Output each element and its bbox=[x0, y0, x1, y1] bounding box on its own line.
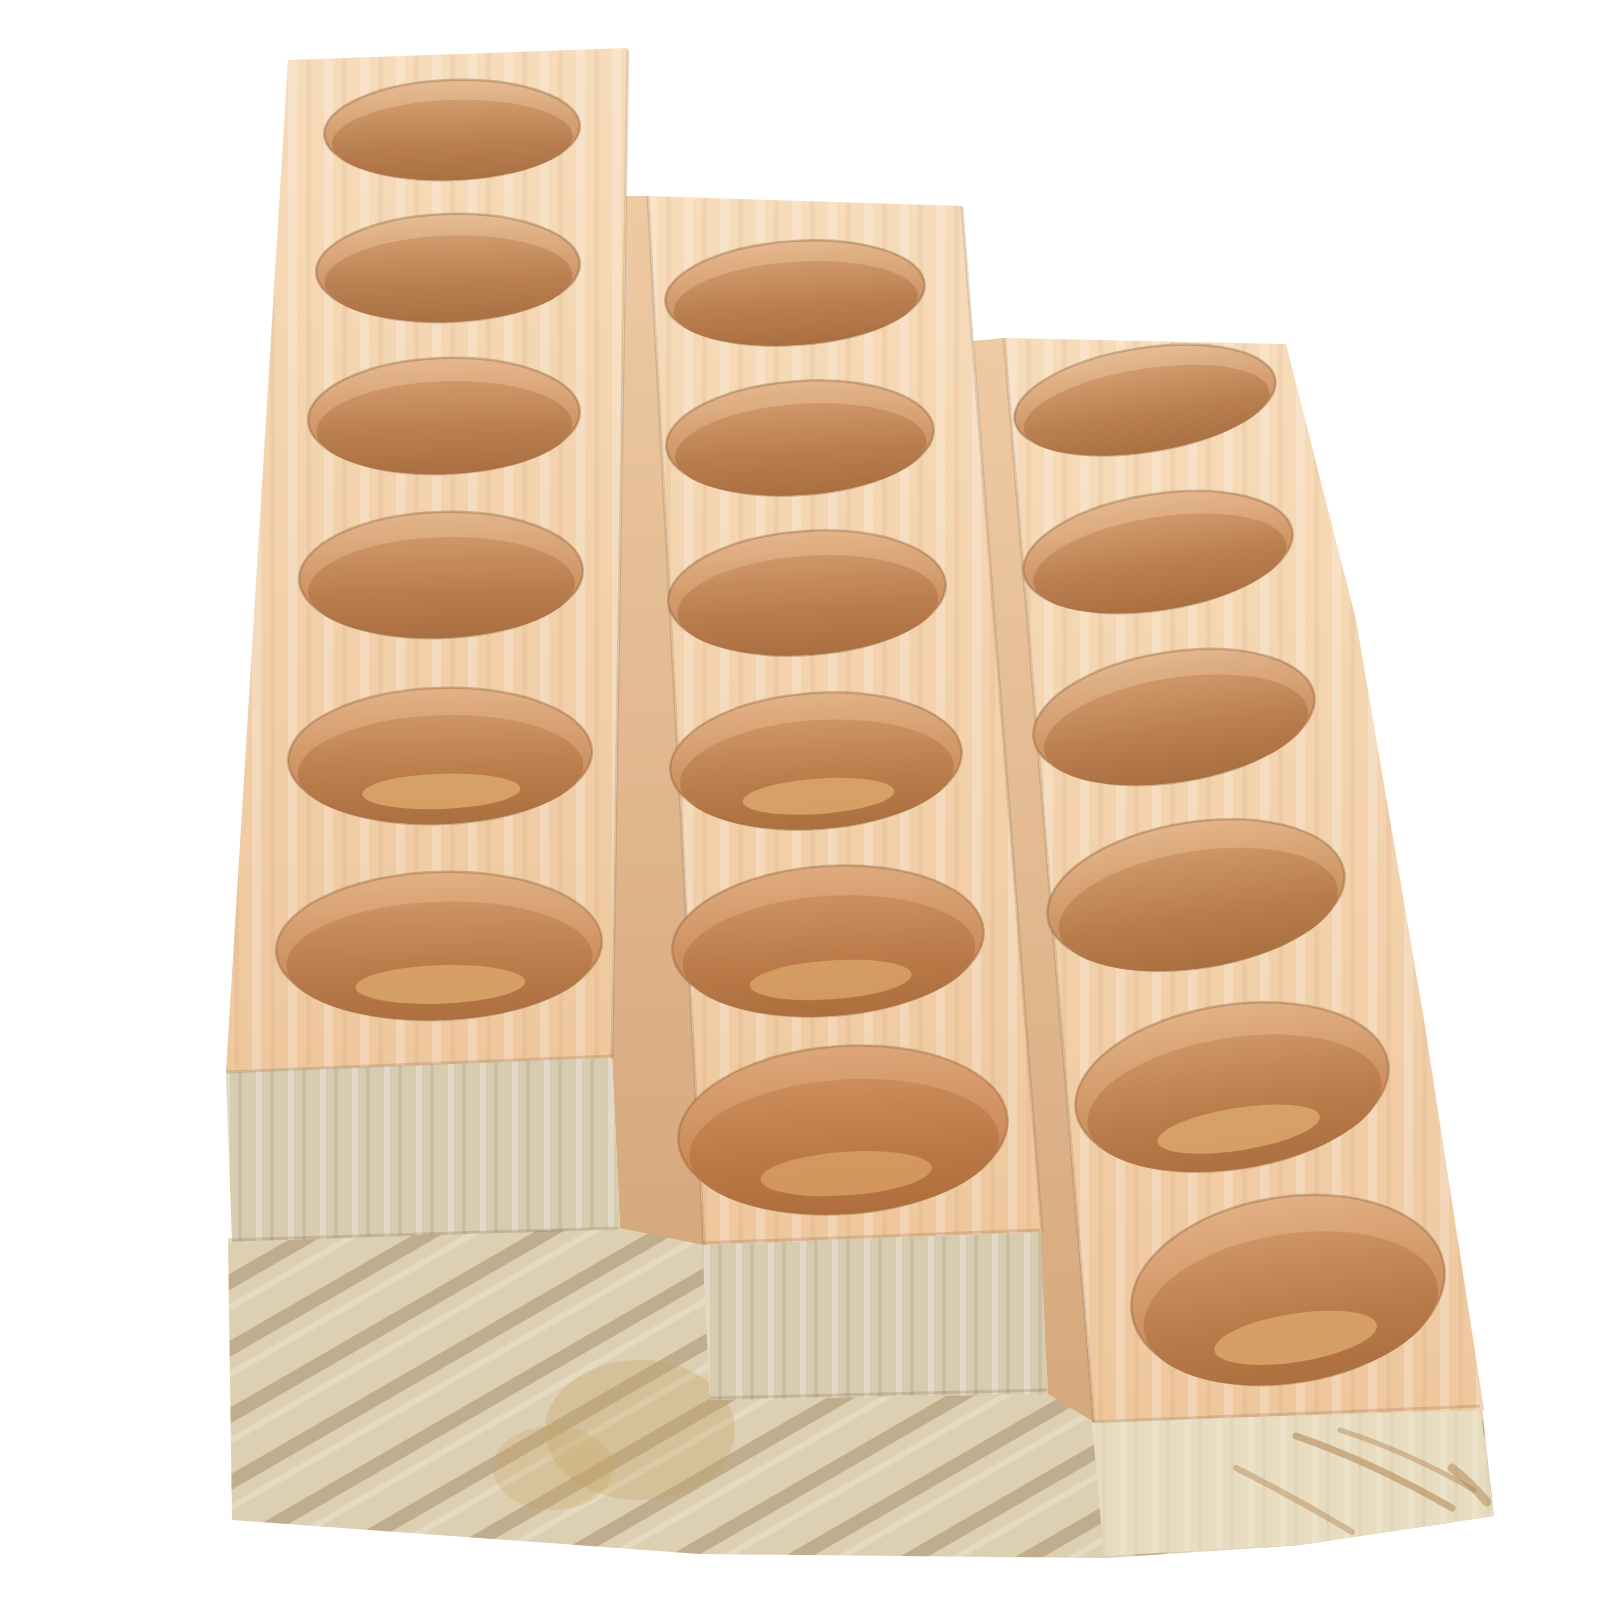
base-sand-patch-1 bbox=[493, 1426, 613, 1510]
product-photo bbox=[0, 0, 1600, 1600]
wooden-rack-image bbox=[0, 0, 1600, 1600]
tier-middle-front-face-grain bbox=[702, 1230, 1048, 1400]
tier-left-front-face-grain bbox=[226, 1056, 620, 1242]
tier-right-front-face-grain bbox=[1092, 1406, 1494, 1556]
